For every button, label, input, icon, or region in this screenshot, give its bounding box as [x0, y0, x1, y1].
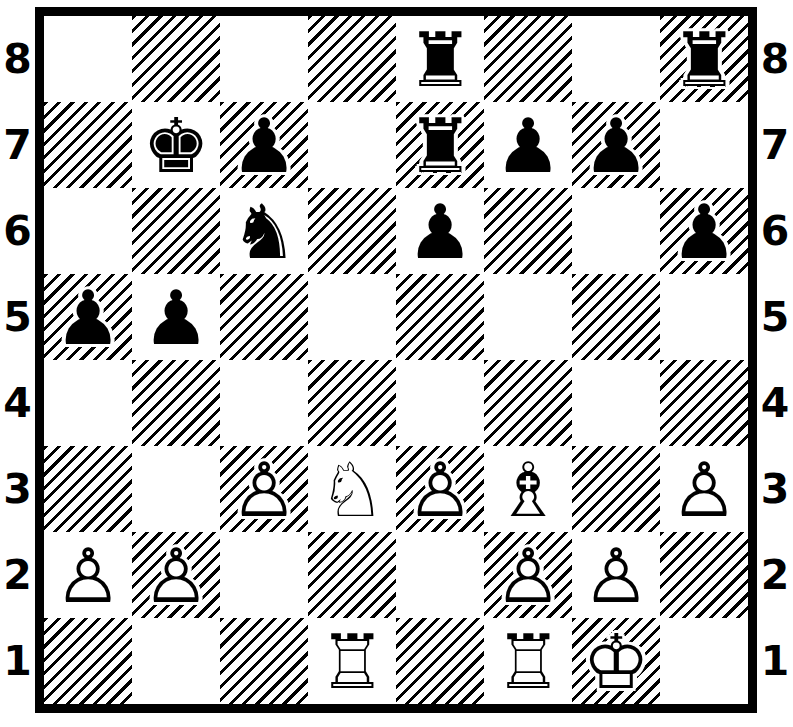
square-d2[interactable] — [308, 532, 396, 618]
square-d6[interactable] — [308, 188, 396, 274]
square-a6[interactable] — [44, 188, 132, 274]
square-d7[interactable] — [308, 102, 396, 188]
square-b3[interactable] — [132, 446, 220, 532]
square-f6[interactable] — [484, 188, 572, 274]
square-a4[interactable] — [44, 360, 132, 446]
square-c2[interactable] — [220, 532, 308, 618]
square-c6[interactable]: ♞ — [220, 188, 308, 274]
square-b7[interactable]: ♚ — [132, 102, 220, 188]
square-g2[interactable]: ♟♙ — [572, 532, 660, 618]
square-g5[interactable] — [572, 274, 660, 360]
square-e8[interactable]: ♜ — [396, 16, 484, 102]
piece-white-rook[interactable]: ♜♖ — [308, 618, 396, 704]
square-f3[interactable]: ♝♗ — [484, 446, 572, 532]
rank-label-3-right: 3 — [757, 446, 793, 532]
square-a8[interactable] — [44, 16, 132, 102]
rank-label-5-left: 5 — [0, 274, 35, 360]
rank-label-2-left: 2 — [0, 532, 35, 618]
piece-black-pawn[interactable]: ♟ — [132, 274, 220, 360]
square-h6[interactable]: ♟ — [660, 188, 748, 274]
rank-label-3-left: 3 — [0, 446, 35, 532]
square-e2[interactable] — [396, 532, 484, 618]
square-g3[interactable] — [572, 446, 660, 532]
square-e1[interactable] — [396, 618, 484, 704]
rank-label-6-right: 6 — [757, 188, 793, 274]
square-e6[interactable]: ♟ — [396, 188, 484, 274]
rank-label-7-left: 7 — [0, 102, 35, 188]
square-a3[interactable] — [44, 446, 132, 532]
square-b8[interactable] — [132, 16, 220, 102]
square-b5[interactable]: ♟ — [132, 274, 220, 360]
rank-label-4-left: 4 — [0, 360, 35, 446]
rank-label-2-right: 2 — [757, 532, 793, 618]
square-e5[interactable] — [396, 274, 484, 360]
square-a5[interactable]: ♟ — [44, 274, 132, 360]
square-f1[interactable]: ♜♖ — [484, 618, 572, 704]
square-h5[interactable] — [660, 274, 748, 360]
square-f4[interactable] — [484, 360, 572, 446]
square-f8[interactable] — [484, 16, 572, 102]
square-a7[interactable] — [44, 102, 132, 188]
square-h2[interactable] — [660, 532, 748, 618]
chess-diagram: 87654321 ♜♜♚♟♜♟♟♞♟♟♟♟♟♙♞♘♟♙♝♗♟♙♟♙♟♙♟♙♟♙♜… — [0, 0, 793, 713]
square-e4[interactable] — [396, 360, 484, 446]
square-c1[interactable] — [220, 618, 308, 704]
rank-label-7-right: 7 — [757, 102, 793, 188]
square-g7[interactable]: ♟ — [572, 102, 660, 188]
rank-label-8-left: 8 — [0, 16, 35, 102]
square-c8[interactable] — [220, 16, 308, 102]
square-d1[interactable]: ♜♖ — [308, 618, 396, 704]
piece-white-king[interactable]: ♚♔ — [572, 618, 660, 704]
piece-black-pawn[interactable]: ♟ — [220, 102, 308, 188]
square-g4[interactable] — [572, 360, 660, 446]
square-c7[interactable]: ♟ — [220, 102, 308, 188]
rank-label-4-right: 4 — [757, 360, 793, 446]
square-g8[interactable] — [572, 16, 660, 102]
rank-label-1-left: 1 — [0, 618, 35, 704]
square-g1[interactable]: ♚♔ — [572, 618, 660, 704]
square-h3[interactable]: ♟♙ — [660, 446, 748, 532]
chess-board: ♜♜♚♟♜♟♟♞♟♟♟♟♟♙♞♘♟♙♝♗♟♙♟♙♟♙♟♙♟♙♜♖♜♖♚♔ — [35, 7, 757, 713]
piece-black-king[interactable]: ♚ — [132, 102, 220, 188]
square-b6[interactable] — [132, 188, 220, 274]
square-d5[interactable] — [308, 274, 396, 360]
piece-white-knight[interactable]: ♞♘ — [308, 446, 396, 532]
piece-black-pawn[interactable]: ♟ — [44, 274, 132, 360]
piece-black-pawn[interactable]: ♟ — [660, 188, 748, 274]
piece-white-pawn[interactable]: ♟♙ — [132, 532, 220, 618]
square-a1[interactable] — [44, 618, 132, 704]
piece-black-rook[interactable]: ♜ — [396, 102, 484, 188]
rank-label-6-left: 6 — [0, 188, 35, 274]
rank-label-8-right: 8 — [757, 16, 793, 102]
square-d3[interactable]: ♞♘ — [308, 446, 396, 532]
piece-white-pawn[interactable]: ♟♙ — [44, 532, 132, 618]
rank-label-5-right: 5 — [757, 274, 793, 360]
rank-label-1-right: 1 — [757, 618, 793, 704]
square-e3[interactable]: ♟♙ — [396, 446, 484, 532]
square-h7[interactable] — [660, 102, 748, 188]
piece-white-bishop[interactable]: ♝♗ — [484, 446, 572, 532]
square-a2[interactable]: ♟♙ — [44, 532, 132, 618]
piece-white-pawn[interactable]: ♟♙ — [220, 446, 308, 532]
piece-black-pawn[interactable]: ♟ — [572, 102, 660, 188]
piece-white-pawn[interactable]: ♟♙ — [572, 532, 660, 618]
square-d4[interactable] — [308, 360, 396, 446]
square-c4[interactable] — [220, 360, 308, 446]
square-h1[interactable] — [660, 618, 748, 704]
rank-labels-right: 87654321 — [757, 16, 793, 704]
piece-white-pawn[interactable]: ♟♙ — [396, 446, 484, 532]
square-b1[interactable] — [132, 618, 220, 704]
square-d8[interactable] — [308, 16, 396, 102]
piece-black-pawn[interactable]: ♟ — [484, 102, 572, 188]
piece-white-pawn[interactable]: ♟♙ — [484, 532, 572, 618]
piece-white-rook[interactable]: ♜♖ — [484, 618, 572, 704]
piece-black-pawn[interactable]: ♟ — [396, 188, 484, 274]
square-c3[interactable]: ♟♙ — [220, 446, 308, 532]
square-g6[interactable] — [572, 188, 660, 274]
piece-white-pawn[interactable]: ♟♙ — [660, 446, 748, 532]
square-h4[interactable] — [660, 360, 748, 446]
piece-black-rook[interactable]: ♜ — [660, 16, 748, 102]
rank-labels-left: 87654321 — [0, 16, 35, 704]
square-b4[interactable] — [132, 360, 220, 446]
square-e7[interactable]: ♜ — [396, 102, 484, 188]
square-f2[interactable]: ♟♙ — [484, 532, 572, 618]
piece-black-rook[interactable]: ♜ — [396, 16, 484, 102]
square-h8[interactable]: ♜ — [660, 16, 748, 102]
square-f7[interactable]: ♟ — [484, 102, 572, 188]
piece-black-knight[interactable]: ♞ — [220, 188, 308, 274]
square-f5[interactable] — [484, 274, 572, 360]
square-c5[interactable] — [220, 274, 308, 360]
square-b2[interactable]: ♟♙ — [132, 532, 220, 618]
